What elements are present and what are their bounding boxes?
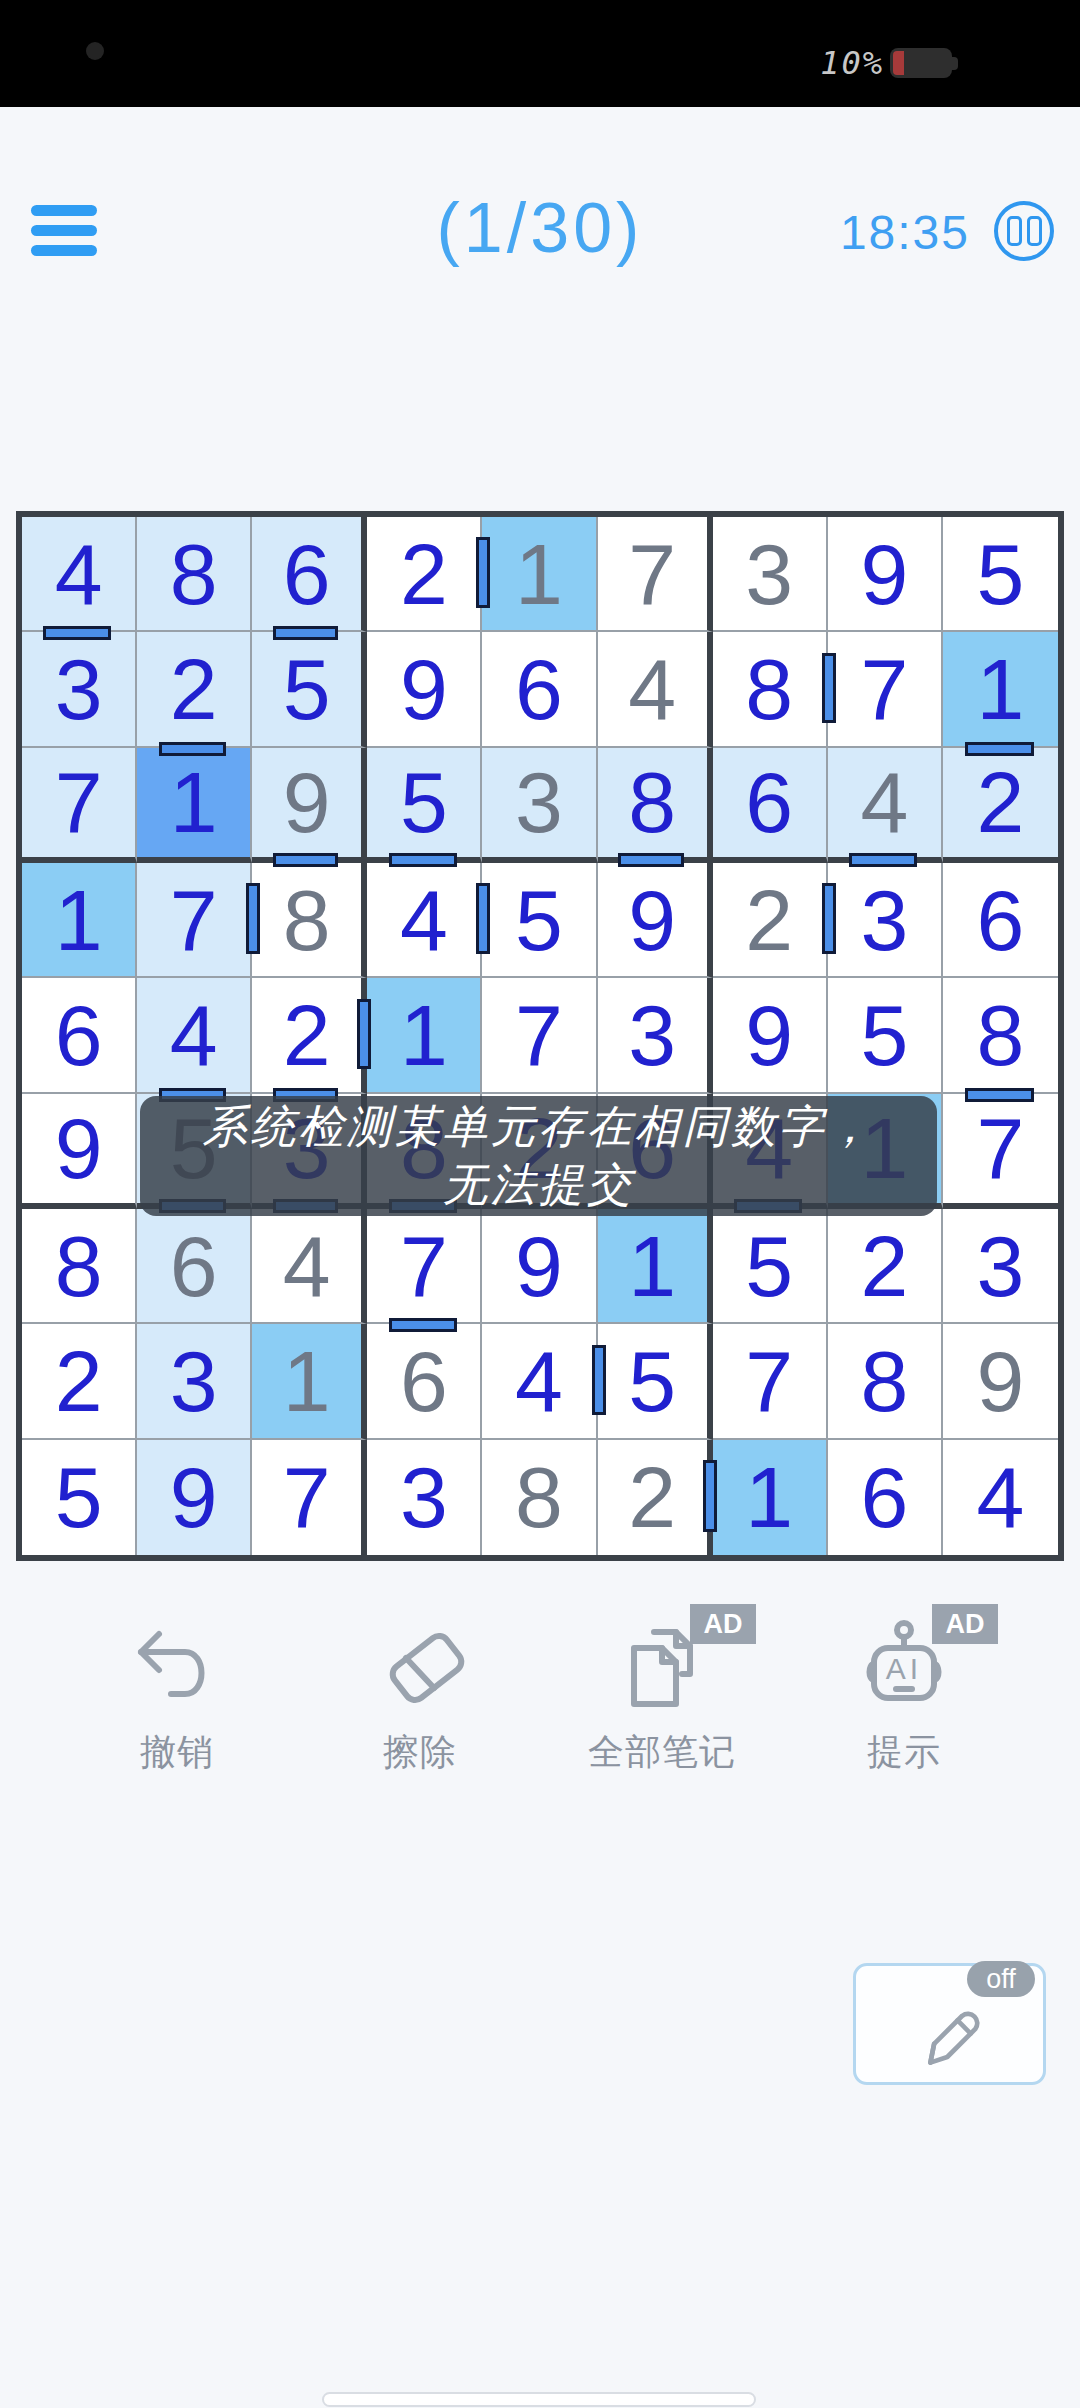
cell-r7c1[interactable]: 8 <box>22 1209 137 1324</box>
digit-r9c4: 3 <box>400 1454 448 1540</box>
cell-r6c9[interactable]: 7 <box>943 1094 1058 1209</box>
digit-r1c8: 9 <box>860 531 908 617</box>
cell-r8c7[interactable]: 7 <box>713 1324 828 1439</box>
digit-r3c5: 3 <box>515 759 563 845</box>
cell-r9c5[interactable]: 8 <box>482 1440 597 1555</box>
cell-r1c1[interactable]: 4 <box>22 517 137 632</box>
erase-button[interactable]: 擦除 <box>310 1618 530 1777</box>
edge-mark-v-r9c6 <box>703 1460 717 1532</box>
hint-label: 提示 <box>867 1728 941 1777</box>
pencil-icon <box>906 1982 996 2072</box>
cell-r5c8[interactable]: 5 <box>828 978 943 1093</box>
digit-r7c6: 1 <box>628 1223 676 1309</box>
digit-r1c2: 8 <box>170 531 218 617</box>
cell-r3c6[interactable]: 8 <box>598 748 713 863</box>
cell-r9c8[interactable]: 6 <box>828 1440 943 1555</box>
digit-r3c4: 5 <box>400 759 448 845</box>
digit-r5c4: 1 <box>400 992 448 1078</box>
digit-r4c4: 4 <box>400 877 448 963</box>
cell-r2c1[interactable]: 3 <box>22 632 137 747</box>
digit-r8c1: 2 <box>55 1338 103 1424</box>
cell-r7c6[interactable]: 1 <box>598 1209 713 1324</box>
cell-r5c6[interactable]: 3 <box>598 978 713 1093</box>
digit-r8c9: 9 <box>977 1338 1025 1424</box>
edge-mark-v-r5c3 <box>357 999 371 1069</box>
cell-r7c9[interactable]: 3 <box>943 1209 1058 1324</box>
digit-r7c3: 4 <box>283 1223 331 1309</box>
cell-r8c4[interactable]: 6 <box>367 1324 482 1439</box>
sudoku-grid: 4862173953259648717195386421784592366421… <box>16 511 1064 1561</box>
cell-r2c5[interactable]: 6 <box>482 632 597 747</box>
toast-message: 系统检测某单元存在相同数字， 无法提交 <box>140 1096 937 1216</box>
digit-r7c2: 6 <box>170 1223 218 1309</box>
cell-r3c8[interactable]: 4 <box>828 748 943 863</box>
digit-r9c3: 7 <box>283 1454 331 1540</box>
digit-r9c9: 4 <box>977 1454 1025 1540</box>
home-indicator-bar[interactable] <box>322 2392 756 2407</box>
all-notes-label: 全部笔记 <box>588 1728 736 1777</box>
battery-icon <box>890 48 952 78</box>
cell-r2c8[interactable]: 7 <box>828 632 943 747</box>
cell-r8c6[interactable]: 5 <box>598 1324 713 1439</box>
cell-r7c2[interactable]: 6 <box>137 1209 252 1324</box>
digit-r8c2: 3 <box>170 1338 218 1424</box>
cell-r5c2[interactable]: 4 <box>137 978 252 1093</box>
edge-mark-h-r1c3 <box>273 626 338 640</box>
cell-r4c3[interactable]: 8 <box>252 863 367 978</box>
toast-line1: 系统检测某单元存在相同数字， <box>203 1098 875 1156</box>
camera-punch-hole <box>86 42 104 60</box>
cell-r4c2[interactable]: 7 <box>137 863 252 978</box>
digit-r6c9: 7 <box>977 1105 1025 1191</box>
cell-r1c3[interactable]: 6 <box>252 517 367 632</box>
digit-r1c9: 5 <box>977 531 1025 617</box>
digit-r2c7: 8 <box>745 646 793 732</box>
toast-line2: 无法提交 <box>443 1156 635 1214</box>
digit-r5c6: 3 <box>628 992 676 1078</box>
undo-arrow-icon <box>129 1618 225 1714</box>
timer-display: 18:35 <box>840 205 970 260</box>
cell-r1c9[interactable]: 5 <box>943 517 1058 632</box>
cell-r5c7[interactable]: 9 <box>713 978 828 1093</box>
digit-r2c4: 9 <box>400 646 448 732</box>
cell-r3c4[interactable]: 5 <box>367 748 482 863</box>
edge-mark-h-r1c1 <box>43 626 111 640</box>
digit-r4c7: 2 <box>745 877 793 963</box>
digit-r2c2: 2 <box>170 646 218 732</box>
cell-r5c1[interactable]: 6 <box>22 978 137 1093</box>
erase-label: 擦除 <box>383 1728 457 1777</box>
digit-r7c7: 5 <box>745 1223 793 1309</box>
digit-r8c6: 5 <box>628 1338 676 1424</box>
cell-r2c7[interactable]: 8 <box>713 632 828 747</box>
cell-r3c2[interactable]: 1 <box>137 748 252 863</box>
cell-r1c8[interactable]: 9 <box>828 517 943 632</box>
pause-button[interactable] <box>994 201 1054 261</box>
digit-r5c8: 5 <box>860 992 908 1078</box>
cell-r2c6[interactable]: 4 <box>598 632 713 747</box>
digit-r1c1: 4 <box>55 531 103 617</box>
undo-label: 撤销 <box>140 1728 214 1777</box>
edge-mark-v-r2c7 <box>822 653 836 723</box>
edge-mark-v-r4c7 <box>822 883 836 953</box>
status-bar: 10% <box>0 0 1080 107</box>
cell-r3c7[interactable]: 6 <box>713 748 828 863</box>
digit-r7c1: 8 <box>55 1223 103 1309</box>
digit-r4c5: 5 <box>515 877 563 963</box>
digit-r7c4: 7 <box>400 1223 448 1309</box>
cell-r2c4[interactable]: 9 <box>367 632 482 747</box>
digit-r1c5: 1 <box>515 531 563 617</box>
digit-r9c5: 8 <box>515 1454 563 1540</box>
cell-r4c9[interactable]: 6 <box>943 863 1058 978</box>
undo-button[interactable]: 撤销 <box>67 1618 287 1777</box>
digit-r8c3: 1 <box>283 1338 331 1424</box>
edge-mark-h-r3c3 <box>273 853 338 867</box>
cell-r5c5[interactable]: 7 <box>482 978 597 1093</box>
digit-r7c8: 2 <box>860 1223 908 1309</box>
digit-r4c1: 1 <box>55 877 103 963</box>
digit-r2c9: 1 <box>977 646 1025 732</box>
digit-r5c7: 9 <box>745 992 793 1078</box>
pencil-mode-toggle[interactable]: off <box>853 1963 1046 2085</box>
digit-r8c4: 6 <box>400 1338 448 1424</box>
digit-r1c4: 2 <box>400 531 448 617</box>
digit-r7c9: 3 <box>977 1223 1025 1309</box>
cell-r3c5[interactable]: 3 <box>482 748 597 863</box>
cell-r7c8[interactable]: 2 <box>828 1209 943 1324</box>
digit-r3c2: 1 <box>170 759 218 845</box>
digit-r3c8: 4 <box>860 759 908 845</box>
cell-r1c5[interactable]: 1 <box>482 517 597 632</box>
cell-r9c7[interactable]: 1 <box>713 1440 828 1555</box>
digit-r8c7: 7 <box>745 1338 793 1424</box>
digit-r4c6: 9 <box>628 877 676 963</box>
digit-r5c5: 7 <box>515 992 563 1078</box>
cell-r1c6[interactable]: 7 <box>598 517 713 632</box>
cell-r4c6[interactable]: 9 <box>598 863 713 978</box>
cell-r3c1[interactable]: 7 <box>22 748 137 863</box>
digit-r9c8: 6 <box>860 1454 908 1540</box>
digit-r3c6: 8 <box>628 759 676 845</box>
digit-r1c6: 7 <box>628 531 676 617</box>
digit-r9c1: 5 <box>55 1454 103 1540</box>
cell-r7c3[interactable]: 4 <box>252 1209 367 1324</box>
cell-r5c9[interactable]: 8 <box>943 978 1058 1093</box>
cell-r2c3[interactable]: 5 <box>252 632 367 747</box>
digit-r8c8: 8 <box>860 1338 908 1424</box>
cell-r2c9[interactable]: 1 <box>943 632 1058 747</box>
cell-r4c1[interactable]: 1 <box>22 863 137 978</box>
battery-percent: 10% <box>820 44 884 82</box>
digit-r1c3: 6 <box>283 531 331 617</box>
pause-icon <box>1027 216 1042 246</box>
cell-r4c7[interactable]: 2 <box>713 863 828 978</box>
edge-mark-h-r5c9 <box>965 1088 1034 1102</box>
cell-r1c4[interactable]: 2 <box>367 517 482 632</box>
cell-r8c2[interactable]: 3 <box>137 1324 252 1439</box>
cell-r3c9[interactable]: 2 <box>943 748 1058 863</box>
cell-r9c3[interactable]: 7 <box>252 1440 367 1555</box>
cell-r1c7[interactable]: 3 <box>713 517 828 632</box>
cell-r9c9[interactable]: 4 <box>943 1440 1058 1555</box>
all-notes-button[interactable]: AD 全部笔记 <box>552 1618 772 1777</box>
digit-r5c9: 8 <box>977 992 1025 1078</box>
cell-r2c2[interactable]: 2 <box>137 632 252 747</box>
digit-r1c7: 3 <box>745 531 793 617</box>
eraser-icon <box>372 1618 468 1714</box>
digit-r3c1: 7 <box>55 759 103 845</box>
digit-r4c9: 6 <box>977 877 1025 963</box>
digit-r4c3: 8 <box>283 877 331 963</box>
digit-r7c5: 9 <box>515 1223 563 1309</box>
hint-button[interactable]: AI AD 提示 <box>794 1618 1014 1777</box>
battery-icon-nub <box>951 57 958 70</box>
digit-r5c3: 2 <box>283 992 331 1078</box>
digit-r4c2: 7 <box>170 877 218 963</box>
cell-r3c3[interactable]: 9 <box>252 748 367 863</box>
digit-r9c2: 9 <box>170 1454 218 1540</box>
ad-badge: AD <box>690 1604 756 1644</box>
edge-mark-h-r3c6 <box>618 853 683 867</box>
cell-r7c5[interactable]: 9 <box>482 1209 597 1324</box>
cell-r5c3[interactable]: 2 <box>252 978 367 1093</box>
cell-r1c2[interactable]: 8 <box>137 517 252 632</box>
cell-r8c1[interactable]: 2 <box>22 1324 137 1439</box>
digit-r3c3: 9 <box>283 759 331 845</box>
digit-r2c8: 7 <box>860 646 908 732</box>
digit-r9c6: 2 <box>628 1454 676 1540</box>
digit-r8c5: 4 <box>515 1338 563 1424</box>
svg-text:AI: AI <box>886 1652 922 1685</box>
edge-mark-h-r2c9 <box>965 742 1034 756</box>
digit-r5c2: 4 <box>170 992 218 1078</box>
cell-r8c8[interactable]: 8 <box>828 1324 943 1439</box>
edge-mark-v-r4c2 <box>246 883 260 953</box>
edge-mark-v-r4c4 <box>476 883 490 953</box>
digit-r2c3: 5 <box>283 646 331 732</box>
edge-mark-h-r7c4 <box>389 1318 457 1332</box>
digit-r3c7: 6 <box>745 759 793 845</box>
edge-mark-h-r2c2 <box>159 742 227 756</box>
digit-r2c1: 3 <box>55 646 103 732</box>
cell-r5c4[interactable]: 1 <box>367 978 482 1093</box>
cell-r8c9[interactable]: 9 <box>943 1324 1058 1439</box>
edge-mark-h-r3c8 <box>849 853 917 867</box>
bottom-toolbar: 撤销 擦除 AD 全部笔记 <box>0 1618 1080 1798</box>
digit-r2c6: 4 <box>628 646 676 732</box>
edge-mark-h-r3c4 <box>389 853 457 867</box>
cell-r9c1[interactable]: 5 <box>22 1440 137 1555</box>
digit-r4c8: 3 <box>860 877 908 963</box>
cell-r8c5[interactable]: 4 <box>482 1324 597 1439</box>
ad-badge: AD <box>932 1604 998 1644</box>
cell-r7c7[interactable]: 5 <box>713 1209 828 1324</box>
cell-r9c2[interactable]: 9 <box>137 1440 252 1555</box>
cell-r4c8[interactable]: 3 <box>828 863 943 978</box>
cell-r8c3[interactable]: 1 <box>252 1324 367 1439</box>
digit-r2c5: 6 <box>515 646 563 732</box>
cell-r4c5[interactable]: 5 <box>482 863 597 978</box>
digit-r9c7: 1 <box>745 1454 793 1540</box>
cell-r7c4[interactable]: 7 <box>367 1209 482 1324</box>
digit-r3c9: 2 <box>977 759 1025 845</box>
cell-r9c4[interactable]: 3 <box>367 1440 482 1555</box>
pause-icon <box>1007 216 1022 246</box>
digit-r6c1: 9 <box>55 1105 103 1191</box>
digit-r5c1: 6 <box>55 992 103 1078</box>
cell-r4c4[interactable]: 4 <box>367 863 482 978</box>
cell-r9c6[interactable]: 2 <box>598 1440 713 1555</box>
edge-mark-v-r1c4 <box>476 537 490 607</box>
cell-r6c1[interactable]: 9 <box>22 1094 137 1209</box>
edge-mark-v-r8c5 <box>592 1345 606 1415</box>
